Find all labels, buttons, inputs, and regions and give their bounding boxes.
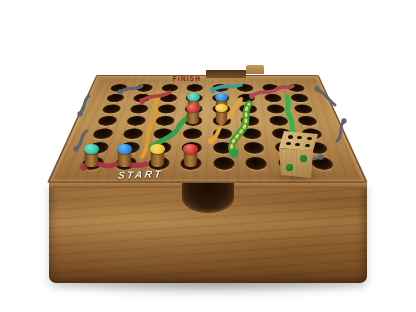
peg-red[interactable] bbox=[186, 104, 199, 124]
hole-pit bbox=[161, 84, 178, 92]
peg-cap-blue bbox=[117, 144, 132, 153]
board-hole[interactable] bbox=[285, 93, 315, 103]
hole-pit bbox=[269, 116, 290, 126]
peg-cap-cyan bbox=[84, 144, 99, 153]
board-hole[interactable] bbox=[234, 103, 263, 114]
peg-cap-red bbox=[183, 144, 198, 153]
lid-tab bbox=[246, 65, 264, 74]
board-hole[interactable] bbox=[124, 103, 154, 114]
peg-yellow[interactable] bbox=[215, 104, 228, 124]
hole-pit bbox=[132, 94, 151, 102]
die-top-pip bbox=[305, 144, 310, 148]
die-top-pip bbox=[307, 137, 312, 141]
finger-notch bbox=[182, 183, 234, 213]
hole-pit bbox=[239, 105, 258, 114]
die-top-pip bbox=[288, 135, 293, 139]
peg-red[interactable] bbox=[183, 144, 198, 167]
hole-pit bbox=[238, 94, 256, 102]
hole-pit bbox=[92, 128, 115, 139]
hole-pit bbox=[264, 94, 283, 102]
board-hole[interactable] bbox=[233, 93, 261, 103]
peg-blue[interactable] bbox=[117, 144, 132, 167]
hole-pit bbox=[237, 84, 254, 92]
hole-pit bbox=[244, 142, 266, 154]
board-hole[interactable] bbox=[208, 155, 241, 171]
peg-cap-red bbox=[186, 104, 199, 112]
board-hole[interactable] bbox=[235, 115, 265, 127]
board-hole[interactable] bbox=[288, 103, 319, 114]
board-hole[interactable] bbox=[116, 127, 149, 140]
board-hole[interactable] bbox=[156, 83, 183, 93]
board-hole[interactable] bbox=[208, 83, 234, 93]
board-hole[interactable] bbox=[238, 140, 271, 155]
hole-pit bbox=[212, 84, 228, 92]
lid-slot-notch bbox=[206, 70, 246, 78]
hole-pit bbox=[159, 94, 177, 102]
board-hole[interactable] bbox=[127, 93, 156, 103]
board-hole[interactable] bbox=[182, 83, 208, 93]
board-hole[interactable] bbox=[149, 115, 179, 127]
hole-pit bbox=[266, 105, 286, 114]
hole-pit bbox=[155, 116, 175, 126]
board-hole[interactable] bbox=[86, 127, 120, 140]
peg-cap-cyan bbox=[187, 93, 200, 101]
hole-pit bbox=[213, 157, 234, 170]
hole-pit bbox=[290, 94, 310, 102]
finish-label: FINISH bbox=[164, 75, 210, 82]
board-hole[interactable] bbox=[96, 103, 127, 114]
hole-pit bbox=[183, 128, 202, 139]
game-photo-stage: FINISH START bbox=[0, 0, 416, 312]
hole-pit bbox=[293, 105, 313, 114]
board-hole[interactable] bbox=[147, 127, 179, 140]
die-front-pip bbox=[286, 164, 293, 171]
board-hole[interactable] bbox=[152, 103, 181, 114]
board-hole[interactable] bbox=[100, 93, 130, 103]
board-hole[interactable] bbox=[291, 115, 324, 127]
hole-pit bbox=[213, 142, 233, 154]
start-label: START bbox=[117, 168, 164, 181]
board-hole[interactable] bbox=[177, 127, 207, 140]
board-hole[interactable] bbox=[154, 93, 182, 103]
board-hole[interactable] bbox=[257, 83, 285, 93]
die[interactable] bbox=[277, 128, 321, 180]
hole-pit bbox=[101, 105, 121, 114]
board-hole[interactable] bbox=[239, 155, 274, 171]
hole-pit bbox=[241, 116, 261, 126]
hole-pit bbox=[245, 157, 268, 170]
hole-pit bbox=[135, 84, 153, 92]
hole-pit bbox=[187, 84, 203, 92]
board-hole[interactable] bbox=[208, 127, 238, 140]
hole-pit bbox=[129, 105, 149, 114]
peg-cyan[interactable] bbox=[84, 144, 99, 167]
hole-pit bbox=[262, 84, 280, 92]
hole-pit bbox=[106, 94, 126, 102]
hole-pit bbox=[242, 128, 262, 139]
hole-pit bbox=[122, 128, 144, 139]
board-hole[interactable] bbox=[282, 83, 311, 93]
hole-pit bbox=[152, 128, 172, 139]
board-hole[interactable] bbox=[130, 83, 158, 93]
board-hole[interactable] bbox=[208, 140, 240, 155]
die-top-pip bbox=[286, 142, 291, 146]
peg-yellow[interactable] bbox=[150, 144, 165, 167]
hole-pit bbox=[126, 116, 147, 126]
board-hole[interactable] bbox=[259, 93, 288, 103]
hole-pit bbox=[110, 84, 129, 92]
board-hole[interactable] bbox=[120, 115, 152, 127]
peg-cap-yellow bbox=[150, 144, 165, 153]
hole-pit bbox=[97, 116, 118, 126]
board-hole[interactable] bbox=[104, 83, 133, 93]
board-hole[interactable] bbox=[237, 127, 269, 140]
hole-pit bbox=[287, 84, 306, 92]
hole-pit bbox=[297, 116, 318, 126]
hole-pit bbox=[213, 128, 232, 139]
peg-cap-blue bbox=[215, 93, 228, 101]
board-hole[interactable] bbox=[261, 103, 291, 114]
board-hole[interactable] bbox=[232, 83, 259, 93]
die-front-pip bbox=[300, 155, 307, 162]
board-hole[interactable] bbox=[91, 115, 124, 127]
board-hole[interactable] bbox=[263, 115, 295, 127]
hole-pit bbox=[157, 105, 176, 114]
